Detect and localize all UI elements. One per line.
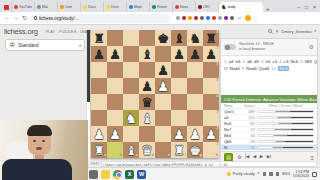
header-right: × Dmitry_Sritenko ▾	[268, 29, 316, 34]
site-logo[interactable]: lichess.org	[4, 27, 38, 36]
person-torso	[2, 159, 72, 180]
square-a8[interactable]: ♜	[91, 30, 107, 46]
square-f1[interactable]: ♜f	[171, 142, 187, 158]
square-d5[interactable]: ♟	[139, 78, 155, 94]
square-c8[interactable]	[123, 30, 139, 46]
weather-text: Partly cloudy	[233, 172, 255, 176]
coord-rank-5: 5	[217, 79, 219, 83]
piece-white-n[interactable]: ♞	[123, 110, 139, 126]
explorer-move: Nc6	[224, 121, 239, 126]
clock-date: 5/16/2023	[293, 174, 309, 178]
result-bar	[257, 140, 314, 144]
explorer-col-games: Games	[241, 104, 255, 108]
square-a3[interactable]	[91, 110, 107, 126]
piece-black-p[interactable]: ♟	[187, 46, 203, 62]
square-e5[interactable]: ♟	[155, 78, 171, 94]
tray-icon[interactable]	[269, 172, 273, 176]
move[interactable]: Nxd4	[246, 66, 256, 71]
move[interactable]: d4	[247, 59, 252, 64]
coord-file-b: b	[120, 154, 122, 158]
move-number[interactable]: 4.	[279, 59, 283, 64]
maximize-button[interactable]: □	[305, 4, 308, 10]
square-f5[interactable]	[171, 78, 187, 94]
fen-bar: FEN r3kbnr/pp1b1ppp/4p3/3pP3/3q4/2NB4/PP…	[91, 160, 317, 167]
tab-favicon	[83, 5, 87, 9]
draws-segment	[278, 117, 291, 119]
square-f3[interactable]	[171, 110, 187, 126]
nav-puzzles[interactable]: PUZZLES	[59, 30, 76, 34]
engine-line1: Stockfish 14 · NNUE	[239, 42, 274, 46]
square-h6[interactable]: 6	[203, 62, 219, 78]
browser-tab[interactable]: CEO	[196, 2, 219, 12]
tab-favicon	[129, 5, 133, 9]
browser-tab-bar: YouTubeMailComDocsDriveMapsForumNewsCEO♞…	[0, 0, 320, 12]
browser-tab[interactable]: Forum	[150, 2, 173, 12]
extension-icon[interactable]	[182, 16, 186, 20]
move[interactable]: Nc6	[290, 59, 298, 64]
square-b4[interactable]	[107, 94, 123, 110]
square-c6[interactable]	[123, 62, 139, 78]
tab-title: CEO	[203, 5, 210, 9]
tab-title: Docs	[88, 5, 96, 9]
challenges-icon[interactable]: ×	[276, 29, 279, 34]
square-h4[interactable]: 4	[203, 94, 219, 110]
draws-segment	[275, 129, 291, 131]
square-e1[interactable]: e	[155, 142, 171, 158]
draws-segment	[274, 135, 287, 137]
coord-file-c: c	[136, 154, 138, 158]
result-bar	[257, 134, 314, 138]
coord-rank-2: 2	[217, 127, 219, 131]
nav-play[interactable]: PLAY	[46, 30, 55, 34]
square-g6[interactable]	[187, 62, 203, 78]
result-bar	[257, 122, 314, 126]
square-b8[interactable]	[107, 30, 123, 46]
fen-input[interactable]: r3kbnr/pp1b1ppp/4p3/3pP3/3q4/2NB4/PP3PPP…	[101, 161, 317, 167]
move[interactable]: c5	[272, 59, 277, 64]
tab-favicon	[175, 5, 179, 9]
piece-white-p[interactable]: ♟	[155, 78, 171, 94]
bookmark-star-icon[interactable]: ☆	[237, 15, 241, 21]
square-g8[interactable]: ♞	[187, 30, 203, 46]
explorer-games: 52	[241, 127, 255, 132]
black-wins-segment	[283, 147, 313, 149]
chevron-down-icon: ▾	[79, 43, 81, 48]
piece-white-p[interactable]: ♟	[91, 126, 107, 142]
language-indicator[interactable]: ENG	[282, 172, 290, 176]
chrome-icon[interactable]	[113, 170, 122, 179]
move[interactable]: Nxd4	[229, 66, 239, 71]
chess-board[interactable]: ♜♚♝♞♜8♟♟♝♟♟♟7♟6♟♟5♛4♞♝3♟♟♟♟♟2♜ab♝c♛de♜f♚…	[91, 30, 219, 158]
square-g3[interactable]	[187, 110, 203, 126]
square-f6[interactable]	[171, 62, 187, 78]
square-c1[interactable]: ♝c	[123, 142, 139, 158]
coord-rank-7: 7	[217, 47, 219, 51]
black-wins-segment	[291, 117, 313, 119]
square-a7[interactable]: ♟	[91, 46, 107, 62]
extension-icon[interactable]	[206, 16, 210, 20]
explorer-col-results: White / Draws / Black	[257, 104, 314, 108]
piece-black-b[interactable]: ♝	[139, 46, 155, 62]
white-wins-segment	[258, 135, 274, 137]
browser-address-bar: ← → ↻ lichess.org/study/… ☆ ⋮	[0, 12, 320, 25]
explorer-move: Qxe5	[224, 109, 239, 114]
black-wins-segment	[287, 135, 313, 137]
padlock-icon	[34, 16, 37, 20]
user-caret-icon: ▾	[314, 30, 316, 34]
explorer-games: 151	[241, 115, 255, 120]
piece-black-r[interactable]: ♜	[91, 30, 107, 46]
explorer-games: 489	[241, 109, 255, 114]
square-h7[interactable]: ♟7	[203, 46, 219, 62]
minimize-button[interactable]: –	[297, 4, 300, 10]
move[interactable]: Qb6	[314, 59, 317, 64]
browser-tab[interactable]: Mail	[35, 2, 58, 12]
current-move[interactable]: Nc3	[278, 66, 289, 71]
tab-title: YouTube	[19, 5, 32, 9]
result-bar	[257, 128, 314, 132]
square-d4[interactable]: ♛	[139, 94, 155, 110]
coord-file-h: h	[216, 154, 218, 158]
square-c5[interactable]	[123, 78, 139, 94]
black-wins-segment	[291, 129, 313, 131]
tab-title: study	[227, 5, 235, 9]
explorer-move: a6	[224, 115, 239, 120]
draws-segment	[276, 111, 291, 113]
square-g1[interactable]: ♚g	[187, 142, 203, 158]
piece-black-n[interactable]: ♞	[187, 30, 203, 46]
square-b1[interactable]: b	[107, 142, 123, 158]
move-number[interactable]: 2.	[242, 59, 246, 64]
square-f7[interactable]: ♟	[171, 46, 187, 62]
tab-favicon	[106, 5, 110, 9]
square-g5[interactable]	[187, 78, 203, 94]
clock[interactable]: 1:53 PM 5/16/2023	[293, 170, 309, 179]
tab-title: Drive	[111, 5, 119, 9]
move[interactable]: c3	[284, 59, 289, 64]
black-wins-segment	[290, 111, 313, 113]
coord-file-e: e	[168, 154, 170, 158]
explorer-games: 18	[241, 139, 255, 144]
url-text: lichess.org/study/…	[39, 16, 79, 21]
piece-black-p[interactable]: ♟	[171, 46, 187, 62]
explorer-move: Qb6	[224, 139, 239, 144]
piece-black-p[interactable]: ♟	[139, 78, 155, 94]
result-bar	[257, 110, 314, 114]
coord-rank-4: 4	[217, 95, 219, 99]
white-wins-segment	[258, 141, 276, 143]
fen-label: FEN	[91, 162, 99, 166]
extension-icon[interactable]	[224, 16, 228, 20]
move-number[interactable]: 3.	[261, 59, 265, 64]
variant-value: Standard	[18, 42, 38, 48]
crown-icon: ♔	[9, 42, 15, 49]
taskbar-apps: XW	[89, 170, 146, 179]
sun-icon	[227, 172, 231, 176]
tab-favicon	[198, 5, 202, 9]
coord-rank-6: 6	[217, 63, 219, 67]
lichess-favicon: ♞	[221, 4, 226, 10]
extension-icon[interactable]	[188, 16, 192, 20]
taskbar-tray: Partly cloudy ^ ENG 1:53 PM 5/16/2023	[227, 170, 317, 179]
move[interactable]: Nf3	[305, 59, 312, 64]
browser-tab[interactable]: YouTube	[12, 2, 35, 12]
piece-black-p[interactable]: ♟	[107, 46, 123, 62]
explorer-games: 34	[241, 133, 255, 138]
coord-rank-8: 8	[217, 31, 219, 35]
square-d1[interactable]: ♛d	[139, 142, 155, 158]
square-b3[interactable]	[107, 110, 123, 126]
explorer-games: 87	[241, 121, 255, 126]
analysis-panel: Stockfish 14 · NNUE in local browser ⚙ 1…	[220, 38, 318, 160]
pinned-tab-favicon	[4, 5, 9, 10]
square-c3[interactable]: ♞	[123, 110, 139, 126]
engine-line2: in local browser	[239, 47, 265, 51]
square-b6[interactable]	[107, 62, 123, 78]
move[interactable]: Qxd4	[259, 66, 270, 71]
tab-title: News	[180, 5, 188, 9]
browser-tab[interactable]: Maps	[127, 2, 150, 12]
back-icon[interactable]: ←	[4, 15, 10, 21]
draws-segment	[276, 141, 285, 143]
file-explorer-icon[interactable]	[101, 170, 110, 179]
piece-white-p[interactable]: ♟	[171, 126, 187, 142]
tab-favicon	[37, 5, 41, 9]
explorer-games: 11	[241, 145, 255, 150]
white-wins-segment	[258, 147, 273, 149]
square-d3[interactable]: ♝	[139, 110, 155, 126]
square-e2[interactable]	[155, 126, 171, 142]
variant-select[interactable]: ♔ Standard ▾	[5, 39, 85, 51]
coord-file-a: a	[104, 154, 106, 158]
tab-favicon	[152, 5, 156, 9]
pinned-tab[interactable]	[2, 2, 12, 12]
move-number[interactable]: 9.	[242, 66, 246, 71]
piece-black-q[interactable]: ♛	[139, 94, 155, 110]
square-b5[interactable]	[107, 78, 123, 94]
square-h8[interactable]: ♜8	[203, 30, 219, 46]
explorer-rows: Qxe5489a6151Nc687Ne752Bb434Qb618f611	[221, 109, 317, 151]
result-bar	[257, 146, 314, 150]
move-number[interactable]: 5.	[300, 59, 304, 64]
coord-rank-1: 1	[217, 143, 219, 147]
square-f2[interactable]: ♟	[171, 126, 187, 142]
piece-black-p[interactable]: ♟	[91, 46, 107, 62]
window-controls: – □ ×	[297, 4, 320, 12]
square-g4[interactable]	[187, 94, 203, 110]
black-wins-segment	[292, 123, 313, 125]
square-b2[interactable]: ♟	[107, 126, 123, 142]
square-e7[interactable]	[155, 46, 171, 62]
square-a6[interactable]	[91, 62, 107, 78]
extension-icon[interactable]	[200, 16, 204, 20]
white-wins-segment	[258, 129, 275, 131]
square-e4[interactable]	[155, 94, 171, 110]
reload-icon[interactable]: ↻	[22, 15, 27, 21]
task-view-icon[interactable]	[89, 170, 98, 179]
square-c7[interactable]	[123, 46, 139, 62]
move[interactable]: e5	[266, 59, 271, 64]
square-c4[interactable]	[123, 94, 139, 110]
browser-tab[interactable]: Docs	[81, 2, 104, 12]
square-d6[interactable]	[139, 62, 155, 78]
tab-title: Com	[65, 5, 72, 9]
browser-menu-icon[interactable]: ⋮	[254, 15, 259, 21]
browser-tab[interactable]: ♞study	[219, 2, 263, 12]
extension-icon[interactable]	[230, 16, 234, 20]
square-b7[interactable]: ♟	[107, 46, 123, 62]
browser-tab[interactable]: Com	[58, 2, 81, 12]
tab-favicon	[14, 5, 18, 9]
piece-black-p[interactable]: ♟	[155, 62, 171, 78]
explorer-move: f6	[224, 145, 239, 150]
square-g7[interactable]: ♟	[187, 46, 203, 62]
browser-tab[interactable]: News	[173, 2, 196, 12]
square-e6[interactable]: ♟	[155, 62, 171, 78]
extension-icon[interactable]	[176, 16, 180, 20]
tab-favicon	[60, 5, 64, 9]
tray-icon[interactable]	[263, 172, 267, 176]
piece-white-b[interactable]: ♝	[139, 110, 155, 126]
square-d7[interactable]: ♝	[139, 46, 155, 62]
white-wins-segment	[258, 111, 276, 113]
url-field[interactable]: lichess.org/study/…	[30, 14, 170, 23]
person-hair	[27, 125, 52, 136]
coord-file-f: f	[185, 154, 186, 158]
move-number[interactable]: 10.	[271, 66, 277, 71]
explorer-col-move: Move	[224, 104, 239, 108]
square-f4[interactable]	[171, 94, 187, 110]
square-e3[interactable]	[155, 110, 171, 126]
coord-file-g: g	[200, 154, 202, 158]
square-a1[interactable]: ♜a	[91, 142, 107, 158]
square-h2[interactable]: ♟2	[203, 126, 219, 142]
move-list[interactable]: 1.e4e62.d4d53.e5c54.c3Nc65.Nf3Qb66.Bd3cx…	[221, 56, 317, 95]
coord-rank-3: 3	[217, 111, 219, 115]
gear-icon[interactable]: ⚙	[309, 44, 314, 50]
square-h3[interactable]: 3	[203, 110, 219, 126]
tray-icon[interactable]	[276, 172, 280, 176]
square-d2[interactable]	[139, 126, 155, 142]
forward-icon[interactable]: →	[13, 15, 19, 21]
square-c2[interactable]	[123, 126, 139, 142]
move[interactable]: e4	[229, 59, 234, 64]
eval-bar-black	[87, 30, 90, 102]
square-f8[interactable]: ♝	[171, 30, 187, 46]
engine-toggle[interactable]	[224, 44, 236, 50]
opening-name-bar: C02 French Defense: Advance Variation, M…	[221, 95, 317, 103]
move-number[interactable]: 1.	[224, 59, 228, 64]
square-h5[interactable]: 5	[203, 78, 219, 94]
piece-white-p[interactable]: ♟	[107, 126, 123, 142]
browser-tab[interactable]: Drive	[104, 2, 127, 12]
engine-info: Stockfish 14 · NNUE in local browser	[239, 42, 274, 52]
square-h1[interactable]: h1	[203, 142, 219, 158]
piece-black-b[interactable]: ♝	[171, 30, 187, 46]
excel-icon[interactable]: X	[125, 170, 134, 179]
square-a4[interactable]	[91, 94, 107, 110]
screen: YouTubeMailComDocsDriveMapsForumNewsCEO♞…	[0, 0, 320, 180]
square-g2[interactable]: ♟	[187, 126, 203, 142]
webcam-overlay	[0, 120, 88, 180]
extension-icon[interactable]	[194, 16, 198, 20]
extension-icon[interactable]	[212, 16, 216, 20]
person-eye	[42, 140, 45, 142]
notifications-icon[interactable]	[312, 172, 317, 177]
word-icon[interactable]: W	[137, 170, 146, 179]
username[interactable]: Dmitry_Sritenko	[281, 29, 311, 34]
black-wins-segment	[285, 141, 313, 143]
white-wins-segment	[258, 123, 279, 125]
draws-segment	[273, 147, 283, 149]
explorer-move: Ne7	[224, 127, 239, 132]
draws-segment	[279, 123, 292, 125]
person-mouth	[36, 147, 42, 150]
extension-icons	[176, 16, 234, 20]
coord-file-d: d	[152, 154, 154, 158]
square-d8[interactable]	[139, 30, 155, 46]
square-a5[interactable]	[91, 78, 107, 94]
close-button[interactable]: ×	[313, 4, 316, 10]
piece-white-p[interactable]: ♟	[187, 126, 203, 142]
explorer-move: Bb4	[224, 133, 239, 138]
person-eye	[33, 140, 36, 142]
search-icon[interactable]	[268, 29, 273, 34]
engine-box: Stockfish 14 · NNUE in local browser ⚙	[221, 39, 317, 56]
extension-icon[interactable]	[218, 16, 222, 20]
tray-caret-icon[interactable]: ^	[258, 172, 260, 177]
square-a2[interactable]: ♟	[91, 126, 107, 142]
profile-avatar[interactable]	[245, 15, 251, 21]
tab-title: Forum	[157, 5, 167, 9]
tab-strip: YouTubeMailComDocsDriveMapsForumNewsCEO♞…	[12, 2, 263, 12]
piece-black-k[interactable]: ♚	[155, 30, 171, 46]
move[interactable]: d5	[254, 59, 259, 64]
square-e8[interactable]: ♚	[155, 30, 171, 46]
tab-title: Maps	[134, 5, 142, 9]
result-bar	[257, 116, 314, 120]
move[interactable]: e6	[236, 59, 241, 64]
weather-widget[interactable]: Partly cloudy	[227, 172, 254, 176]
tab-title: Mail	[42, 5, 48, 9]
white-wins-segment	[258, 117, 278, 119]
